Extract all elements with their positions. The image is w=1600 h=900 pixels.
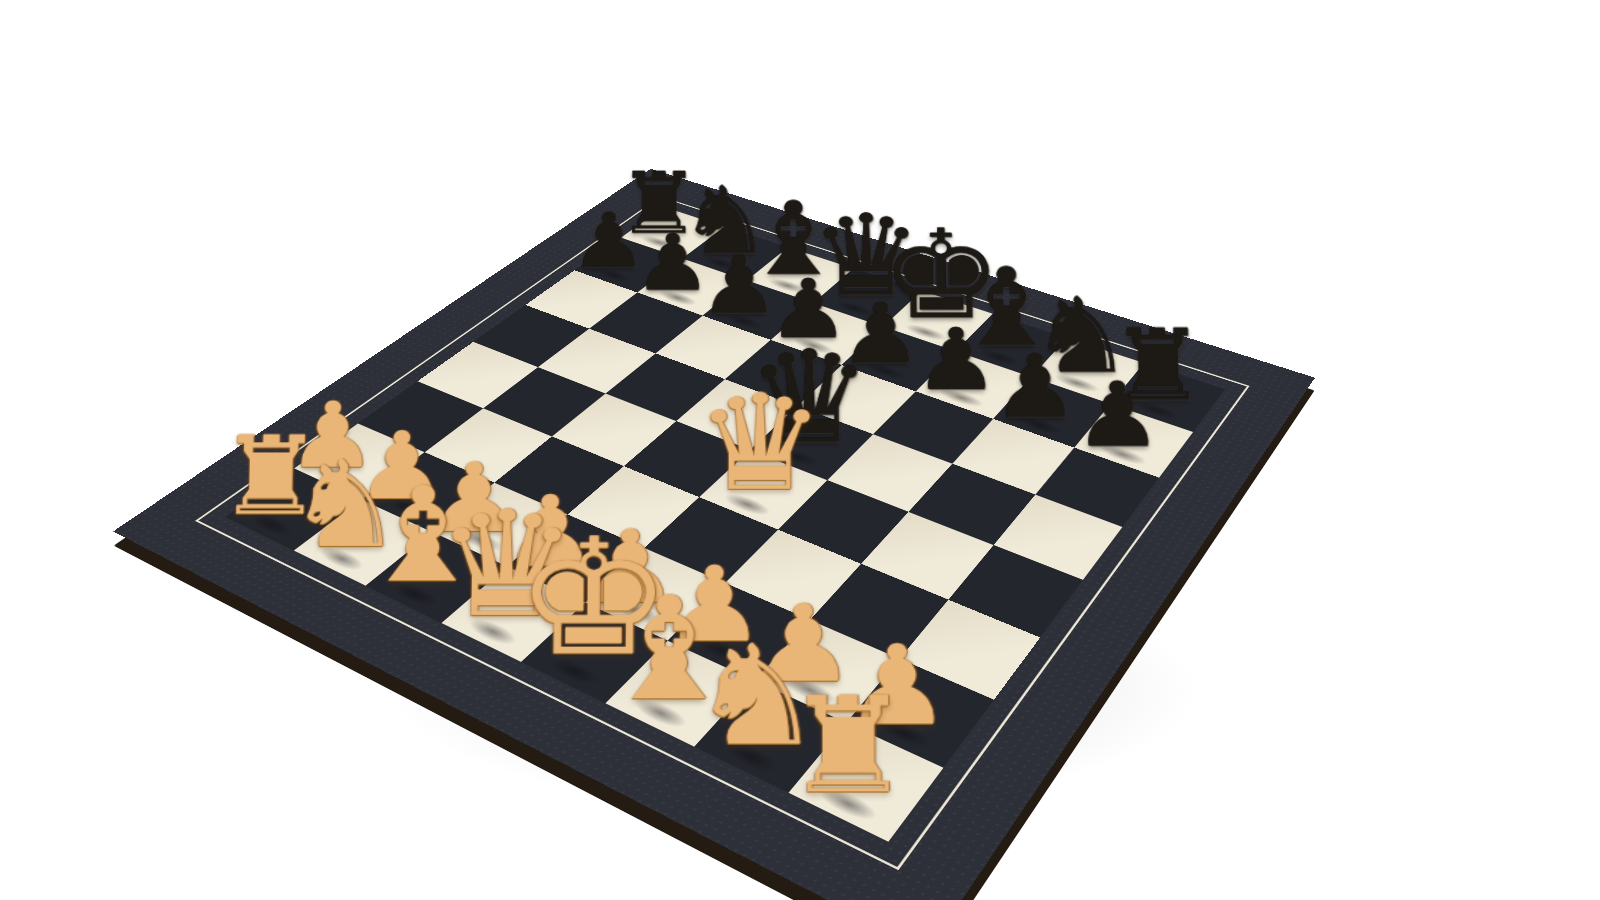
product-photo-scene: ♜♞♝♛♚♝♞♜♟♟♟♟♟♟♟♟♛♛♟♟♟♟♟♟♟♟♜♞♝♛♚♝♞♜ (0, 0, 1600, 900)
piece-shadow (859, 707, 948, 761)
square-a2: ♟ (294, 423, 425, 499)
